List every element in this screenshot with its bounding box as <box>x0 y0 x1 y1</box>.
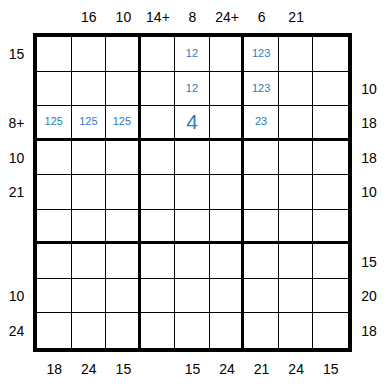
cell-r8c9[interactable] <box>313 279 348 314</box>
clue-top-col-9 <box>313 0 348 33</box>
cell-r8c8[interactable] <box>279 279 314 314</box>
clue-right-row-4: 18 <box>352 141 386 176</box>
cell-r2c8[interactable] <box>279 72 314 107</box>
cell-r6c3[interactable] <box>106 210 141 245</box>
puzzle-canvas: 161014+824+621 158+10211024 101818101520… <box>0 0 386 386</box>
cell-r6c4[interactable] <box>141 210 176 245</box>
clue-top-col-3: 10 <box>106 0 141 33</box>
cell-r9c3[interactable] <box>106 313 141 348</box>
clue-left-row-7 <box>0 244 33 279</box>
cell-r8c5[interactable] <box>175 279 210 314</box>
cell-r6c6[interactable] <box>210 210 245 245</box>
cell-r5c2[interactable] <box>72 175 107 210</box>
right-clues: 10181810152018 <box>352 37 386 348</box>
cell-r6c7[interactable] <box>244 210 279 245</box>
pencil-marks: 123 <box>252 48 270 59</box>
cell-r8c4[interactable] <box>141 279 176 314</box>
cell-r3c8[interactable] <box>279 106 314 141</box>
cell-r3c9[interactable] <box>313 106 348 141</box>
cell-r4c8[interactable] <box>279 141 314 176</box>
clue-left-row-6 <box>0 210 33 245</box>
clue-right-row-3: 18 <box>352 106 386 141</box>
cell-r7c3[interactable] <box>106 244 141 279</box>
cell-r7c7[interactable] <box>244 244 279 279</box>
sudoku-grid: 1212312123125125125423 <box>37 37 348 348</box>
cell-r9c4[interactable] <box>141 313 176 348</box>
left-clues: 158+10211024 <box>0 37 33 348</box>
cell-r1c9[interactable] <box>313 37 348 72</box>
cell-r5c6[interactable] <box>210 175 245 210</box>
cell-r5c7[interactable] <box>244 175 279 210</box>
clue-top-col-2: 16 <box>72 0 107 33</box>
cell-r5c5[interactable] <box>175 175 210 210</box>
sudoku-board: 1212312123125125125423 <box>33 33 352 352</box>
cell-r6c2[interactable] <box>72 210 107 245</box>
cell-r1c4[interactable] <box>141 37 176 72</box>
clue-right-row-7: 15 <box>352 244 386 279</box>
cell-r2c6[interactable] <box>210 72 245 107</box>
cell-r9c9[interactable] <box>313 313 348 348</box>
cell-r2c7[interactable]: 123 <box>244 72 279 107</box>
pencil-marks: 23 <box>255 116 267 127</box>
cell-r4c2[interactable] <box>72 141 107 176</box>
cell-r9c2[interactable] <box>72 313 107 348</box>
cell-r8c6[interactable] <box>210 279 245 314</box>
cell-r3c3[interactable]: 125 <box>106 106 141 141</box>
cell-r2c2[interactable] <box>72 72 107 107</box>
cell-r1c8[interactable] <box>279 37 314 72</box>
clue-bottom-col-3: 15 <box>106 352 141 386</box>
cell-r8c3[interactable] <box>106 279 141 314</box>
cell-r4c4[interactable] <box>141 141 176 176</box>
cell-r6c8[interactable] <box>279 210 314 245</box>
cell-r8c2[interactable] <box>72 279 107 314</box>
cell-r5c9[interactable] <box>313 175 348 210</box>
cell-r5c4[interactable] <box>141 175 176 210</box>
clue-right-row-5: 10 <box>352 175 386 210</box>
cell-r1c5[interactable]: 12 <box>175 37 210 72</box>
cell-r4c1[interactable] <box>37 141 72 176</box>
cell-r7c9[interactable] <box>313 244 348 279</box>
cell-r9c5[interactable] <box>175 313 210 348</box>
cell-r1c3[interactable] <box>106 37 141 72</box>
clue-bottom-col-7: 21 <box>244 352 279 386</box>
cell-r9c6[interactable] <box>210 313 245 348</box>
cell-r3c5[interactable]: 4 <box>175 106 210 141</box>
cell-r5c1[interactable] <box>37 175 72 210</box>
cell-r9c1[interactable] <box>37 313 72 348</box>
clue-left-row-3: 8+ <box>0 106 33 141</box>
clue-top-col-6: 24+ <box>210 0 245 33</box>
clue-left-row-9: 24 <box>0 313 33 348</box>
cell-r2c3[interactable] <box>106 72 141 107</box>
clue-bottom-col-9: 15 <box>313 352 348 386</box>
cell-r4c5[interactable] <box>175 141 210 176</box>
cell-r3c2[interactable]: 125 <box>72 106 107 141</box>
cell-r9c8[interactable] <box>279 313 314 348</box>
clue-right-row-1 <box>352 37 386 72</box>
cell-r4c6[interactable] <box>210 141 245 176</box>
clue-left-row-2 <box>0 72 33 107</box>
cell-r2c1[interactable] <box>37 72 72 107</box>
pencil-marks: 123 <box>252 83 270 94</box>
clue-bottom-col-5: 15 <box>175 352 210 386</box>
cell-r5c8[interactable] <box>279 175 314 210</box>
pencil-marks: 125 <box>79 116 97 127</box>
clue-top-col-1 <box>37 0 72 33</box>
clue-left-row-5: 21 <box>0 175 33 210</box>
cell-r1c6[interactable] <box>210 37 245 72</box>
cell-r7c1[interactable] <box>37 244 72 279</box>
cell-r7c5[interactable] <box>175 244 210 279</box>
clue-top-col-4: 14+ <box>141 0 176 33</box>
cell-r2c5[interactable]: 12 <box>175 72 210 107</box>
cell-r7c2[interactable] <box>72 244 107 279</box>
cell-r7c6[interactable] <box>210 244 245 279</box>
cell-r1c2[interactable] <box>72 37 107 72</box>
solved-digit: 4 <box>186 111 198 132</box>
cell-r1c1[interactable] <box>37 37 72 72</box>
cell-r5c3[interactable] <box>106 175 141 210</box>
clue-bottom-col-1: 18 <box>37 352 72 386</box>
pencil-marks: 125 <box>45 116 63 127</box>
cell-r6c5[interactable] <box>175 210 210 245</box>
cell-r2c4[interactable] <box>141 72 176 107</box>
cell-r7c8[interactable] <box>279 244 314 279</box>
clue-top-col-7: 6 <box>244 0 279 33</box>
pencil-marks: 12 <box>186 48 198 59</box>
clue-bottom-col-6: 24 <box>210 352 245 386</box>
pencil-marks: 12 <box>186 83 198 94</box>
pencil-marks: 125 <box>113 116 131 127</box>
cell-r4c7[interactable] <box>244 141 279 176</box>
clue-right-row-8: 20 <box>352 279 386 314</box>
top-clues: 161014+824+621 <box>37 0 348 33</box>
clue-right-row-9: 18 <box>352 313 386 348</box>
clue-bottom-col-8: 24 <box>279 352 314 386</box>
clue-right-row-6 <box>352 210 386 245</box>
clue-right-row-2: 10 <box>352 72 386 107</box>
clue-bottom-col-4 <box>141 352 176 386</box>
cell-r6c9[interactable] <box>313 210 348 245</box>
cell-r3c7[interactable]: 23 <box>244 106 279 141</box>
clue-left-row-4: 10 <box>0 141 33 176</box>
clue-top-col-5: 8 <box>175 0 210 33</box>
clue-left-row-1: 15 <box>0 37 33 72</box>
bottom-clues: 1824151524212415 <box>37 352 348 386</box>
cell-r7c4[interactable] <box>141 244 176 279</box>
cell-r3c1[interactable]: 125 <box>37 106 72 141</box>
clue-bottom-col-2: 24 <box>72 352 107 386</box>
clue-top-col-8: 21 <box>279 0 314 33</box>
cell-r9c7[interactable] <box>244 313 279 348</box>
cell-r2c9[interactable] <box>313 72 348 107</box>
cell-r1c7[interactable]: 123 <box>244 37 279 72</box>
cell-r8c1[interactable] <box>37 279 72 314</box>
clue-left-row-8: 10 <box>0 279 33 314</box>
cell-r6c1[interactable] <box>37 210 72 245</box>
cell-r4c9[interactable] <box>313 141 348 176</box>
cell-r3c4[interactable] <box>141 106 176 141</box>
cell-r4c3[interactable] <box>106 141 141 176</box>
cell-r3c6[interactable] <box>210 106 245 141</box>
cell-r8c7[interactable] <box>244 279 279 314</box>
